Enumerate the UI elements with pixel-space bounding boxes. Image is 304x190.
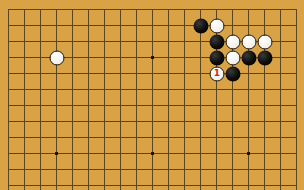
intersection-L18[interactable] bbox=[161, 18, 177, 34]
intersection-T10[interactable] bbox=[289, 146, 304, 162]
intersection-M16[interactable] bbox=[177, 50, 193, 66]
grid-line-v bbox=[24, 66, 25, 82]
intersection-T12[interactable] bbox=[289, 114, 304, 130]
intersection-R17[interactable] bbox=[257, 34, 273, 50]
intersection-S16[interactable] bbox=[273, 50, 289, 66]
intersection-M9[interactable] bbox=[177, 162, 193, 178]
intersection-O14[interactable] bbox=[209, 82, 225, 98]
intersection-L17[interactable] bbox=[161, 34, 177, 50]
intersection-D15[interactable] bbox=[49, 66, 65, 82]
grid-line-v bbox=[184, 98, 185, 114]
intersection-P14[interactable] bbox=[225, 82, 241, 98]
intersection-H19[interactable] bbox=[113, 2, 129, 18]
intersection-A16[interactable] bbox=[1, 50, 17, 66]
intersection-J13[interactable] bbox=[129, 98, 145, 114]
intersection-D18[interactable] bbox=[49, 18, 65, 34]
intersection-J15[interactable] bbox=[129, 66, 145, 82]
grid-line-v bbox=[184, 50, 185, 66]
intersection-J12[interactable] bbox=[129, 114, 145, 130]
grid-line-h bbox=[97, 73, 113, 74]
intersection-K14[interactable] bbox=[145, 82, 161, 98]
intersection-K13[interactable] bbox=[145, 98, 161, 114]
intersection-N18[interactable] bbox=[193, 18, 209, 34]
intersection-M8[interactable] bbox=[177, 178, 193, 190]
intersection-P17[interactable] bbox=[225, 34, 241, 50]
grid-line-h bbox=[209, 137, 225, 138]
intersection-Q17[interactable] bbox=[241, 34, 257, 50]
intersection-Q19[interactable] bbox=[241, 2, 257, 18]
intersection-Q10[interactable] bbox=[241, 146, 257, 162]
intersection-F19[interactable] bbox=[81, 2, 97, 18]
intersection-H12[interactable] bbox=[113, 114, 129, 130]
intersection-E14[interactable] bbox=[65, 82, 81, 98]
intersection-A8[interactable] bbox=[1, 178, 17, 190]
grid-line-v bbox=[168, 98, 169, 114]
grid-line-v bbox=[56, 82, 57, 98]
intersection-G8[interactable] bbox=[97, 178, 113, 190]
intersection-O10[interactable] bbox=[209, 146, 225, 162]
intersection-E8[interactable] bbox=[65, 178, 81, 190]
intersection-H17[interactable] bbox=[113, 34, 129, 50]
intersection-S13[interactable] bbox=[273, 98, 289, 114]
intersection-F13[interactable] bbox=[81, 98, 97, 114]
intersection-L9[interactable] bbox=[161, 162, 177, 178]
intersection-J18[interactable] bbox=[129, 18, 145, 34]
intersection-S8[interactable] bbox=[273, 178, 289, 190]
intersection-B8[interactable] bbox=[17, 178, 33, 190]
intersection-P18[interactable] bbox=[225, 18, 241, 34]
star-point bbox=[247, 152, 250, 155]
intersection-R13[interactable] bbox=[257, 98, 273, 114]
intersection-C18[interactable] bbox=[33, 18, 49, 34]
intersection-O8[interactable] bbox=[209, 178, 225, 190]
intersection-N13[interactable] bbox=[193, 98, 209, 114]
intersection-O9[interactable] bbox=[209, 162, 225, 178]
intersection-E16[interactable] bbox=[65, 50, 81, 66]
intersection-G10[interactable] bbox=[97, 146, 113, 162]
intersection-D12[interactable] bbox=[49, 114, 65, 130]
grid-line-v bbox=[280, 162, 281, 178]
intersection-M18[interactable] bbox=[177, 18, 193, 34]
grid-line-v bbox=[200, 162, 201, 178]
intersection-P9[interactable] bbox=[225, 162, 241, 178]
intersection-F16[interactable] bbox=[81, 50, 97, 66]
grid-line-v bbox=[120, 114, 121, 130]
intersection-N19[interactable] bbox=[193, 2, 209, 18]
intersection-D17[interactable] bbox=[49, 34, 65, 50]
intersection-H18[interactable] bbox=[113, 18, 129, 34]
intersection-S14[interactable] bbox=[273, 82, 289, 98]
move-number-label: 1 bbox=[214, 69, 220, 78]
intersection-M11[interactable] bbox=[177, 130, 193, 146]
grid-line-v bbox=[120, 98, 121, 114]
grid-line-h bbox=[33, 169, 49, 170]
intersection-G9[interactable] bbox=[97, 162, 113, 178]
intersection-G18[interactable] bbox=[97, 18, 113, 34]
intersection-T17[interactable] bbox=[289, 34, 304, 50]
intersection-K10[interactable] bbox=[145, 146, 161, 162]
intersection-R9[interactable] bbox=[257, 162, 273, 178]
intersection-G12[interactable] bbox=[97, 114, 113, 130]
intersection-P13[interactable] bbox=[225, 98, 241, 114]
grid-line-v bbox=[232, 9, 233, 18]
intersection-A10[interactable] bbox=[1, 146, 17, 162]
intersection-J16[interactable] bbox=[129, 50, 145, 66]
intersection-R14[interactable] bbox=[257, 82, 273, 98]
intersection-J10[interactable] bbox=[129, 146, 145, 162]
intersection-B17[interactable] bbox=[17, 34, 33, 50]
intersection-N11[interactable] bbox=[193, 130, 209, 146]
grid-line-v bbox=[248, 162, 249, 178]
intersection-K18[interactable] bbox=[145, 18, 161, 34]
grid-line-h bbox=[17, 89, 33, 90]
intersection-N12[interactable] bbox=[193, 114, 209, 130]
grid-line-h bbox=[33, 137, 49, 138]
grid-line-h bbox=[145, 137, 161, 138]
intersection-T16[interactable] bbox=[289, 50, 304, 66]
intersection-P16[interactable] bbox=[225, 50, 241, 66]
intersection-G14[interactable] bbox=[97, 82, 113, 98]
grid-line-h bbox=[65, 89, 81, 90]
intersection-E9[interactable] bbox=[65, 162, 81, 178]
intersection-D19[interactable] bbox=[49, 2, 65, 18]
grid-line-v bbox=[104, 162, 105, 178]
intersection-A18[interactable] bbox=[1, 18, 17, 34]
grid-line-v bbox=[152, 66, 153, 82]
intersection-A9[interactable] bbox=[1, 162, 17, 178]
black-stone bbox=[210, 51, 225, 66]
intersection-M13[interactable] bbox=[177, 98, 193, 114]
intersection-B16[interactable] bbox=[17, 50, 33, 66]
intersection-B18[interactable] bbox=[17, 18, 33, 34]
intersection-N10[interactable] bbox=[193, 146, 209, 162]
intersection-N16[interactable] bbox=[193, 50, 209, 66]
intersection-E11[interactable] bbox=[65, 130, 81, 146]
intersection-D14[interactable] bbox=[49, 82, 65, 98]
intersection-Q8[interactable] bbox=[241, 178, 257, 190]
grid-line-v bbox=[136, 146, 137, 162]
grid-line-h bbox=[33, 41, 49, 42]
intersection-B13[interactable] bbox=[17, 98, 33, 114]
intersection-B9[interactable] bbox=[17, 162, 33, 178]
grid-line-h bbox=[97, 57, 113, 58]
intersection-O16[interactable] bbox=[209, 50, 225, 66]
intersection-C16[interactable] bbox=[33, 50, 49, 66]
intersection-P12[interactable] bbox=[225, 114, 241, 130]
intersection-E15[interactable] bbox=[65, 66, 81, 82]
intersection-C13[interactable] bbox=[33, 98, 49, 114]
intersection-K15[interactable] bbox=[145, 66, 161, 82]
grid-line-h bbox=[225, 89, 241, 90]
intersection-N9[interactable] bbox=[193, 162, 209, 178]
intersection-M12[interactable] bbox=[177, 114, 193, 130]
intersection-G15[interactable] bbox=[97, 66, 113, 82]
intersection-N17[interactable] bbox=[193, 34, 209, 50]
intersection-L12[interactable] bbox=[161, 114, 177, 130]
intersection-R12[interactable] bbox=[257, 114, 273, 130]
grid-line-v bbox=[24, 9, 25, 18]
grid-line-v bbox=[40, 66, 41, 82]
intersection-S9[interactable] bbox=[273, 162, 289, 178]
intersection-H10[interactable] bbox=[113, 146, 129, 162]
intersection-O15[interactable]: 1 bbox=[209, 66, 225, 82]
intersection-Q14[interactable] bbox=[241, 82, 257, 98]
intersection-C11[interactable] bbox=[33, 130, 49, 146]
intersection-A17[interactable] bbox=[1, 34, 17, 50]
intersection-T18[interactable] bbox=[289, 18, 304, 34]
intersection-R18[interactable] bbox=[257, 18, 273, 34]
intersection-E12[interactable] bbox=[65, 114, 81, 130]
intersection-E19[interactable] bbox=[65, 2, 81, 18]
intersection-B12[interactable] bbox=[17, 114, 33, 130]
intersection-F18[interactable] bbox=[81, 18, 97, 34]
intersection-C14[interactable] bbox=[33, 82, 49, 98]
grid-line-h bbox=[97, 169, 113, 170]
intersection-C9[interactable] bbox=[33, 162, 49, 178]
intersection-P15[interactable] bbox=[225, 66, 241, 82]
grid-line-h bbox=[8, 153, 17, 154]
intersection-K16[interactable] bbox=[145, 50, 161, 66]
grid-line-h bbox=[33, 57, 49, 58]
grid-line-v bbox=[216, 82, 217, 98]
intersection-K11[interactable] bbox=[145, 130, 161, 146]
intersection-S11[interactable] bbox=[273, 130, 289, 146]
intersection-E17[interactable] bbox=[65, 34, 81, 50]
intersection-D13[interactable] bbox=[49, 98, 65, 114]
grid-line-v bbox=[296, 9, 297, 18]
intersection-H9[interactable] bbox=[113, 162, 129, 178]
intersection-R15[interactable] bbox=[257, 66, 273, 82]
intersection-A11[interactable] bbox=[1, 130, 17, 146]
intersection-D10[interactable] bbox=[49, 146, 65, 162]
intersection-L16[interactable] bbox=[161, 50, 177, 66]
intersection-T19[interactable] bbox=[289, 2, 304, 18]
intersection-T14[interactable] bbox=[289, 82, 304, 98]
grid-line-v bbox=[8, 50, 9, 66]
intersection-T11[interactable] bbox=[289, 130, 304, 146]
intersection-G11[interactable] bbox=[97, 130, 113, 146]
intersection-Q15[interactable] bbox=[241, 66, 257, 82]
grid-line-v bbox=[56, 66, 57, 82]
intersection-D9[interactable] bbox=[49, 162, 65, 178]
intersection-B15[interactable] bbox=[17, 66, 33, 82]
intersection-C17[interactable] bbox=[33, 34, 49, 50]
intersection-M10[interactable] bbox=[177, 146, 193, 162]
intersection-B10[interactable] bbox=[17, 146, 33, 162]
grid-line-v bbox=[296, 130, 297, 146]
intersection-F14[interactable] bbox=[81, 82, 97, 98]
intersection-A19[interactable] bbox=[1, 2, 17, 18]
intersection-J14[interactable] bbox=[129, 82, 145, 98]
intersection-P8[interactable] bbox=[225, 178, 241, 190]
grid-line-v bbox=[136, 98, 137, 114]
intersection-Q11[interactable] bbox=[241, 130, 257, 146]
intersection-K17[interactable] bbox=[145, 34, 161, 50]
intersection-G13[interactable] bbox=[97, 98, 113, 114]
grid-line-v bbox=[120, 18, 121, 34]
intersection-R8[interactable] bbox=[257, 178, 273, 190]
intersection-O17[interactable] bbox=[209, 34, 225, 50]
intersection-C15[interactable] bbox=[33, 66, 49, 82]
intersection-S17[interactable] bbox=[273, 34, 289, 50]
intersection-D11[interactable] bbox=[49, 130, 65, 146]
intersection-C12[interactable] bbox=[33, 114, 49, 130]
intersection-K8[interactable] bbox=[145, 178, 161, 190]
intersection-Q12[interactable] bbox=[241, 114, 257, 130]
intersection-S12[interactable] bbox=[273, 114, 289, 130]
intersection-C10[interactable] bbox=[33, 146, 49, 162]
grid-line-v bbox=[40, 130, 41, 146]
intersection-O13[interactable] bbox=[209, 98, 225, 114]
grid-line-v bbox=[296, 82, 297, 98]
intersection-N8[interactable] bbox=[193, 178, 209, 190]
intersection-L13[interactable] bbox=[161, 98, 177, 114]
grid-line-h bbox=[81, 121, 97, 122]
grid-line-h bbox=[241, 89, 257, 90]
intersection-Q16[interactable] bbox=[241, 50, 257, 66]
grid-line-v bbox=[40, 50, 41, 66]
intersection-C19[interactable] bbox=[33, 2, 49, 18]
intersection-G19[interactable] bbox=[97, 2, 113, 18]
intersection-O12[interactable] bbox=[209, 114, 225, 130]
intersection-T13[interactable] bbox=[289, 98, 304, 114]
black-stone bbox=[226, 67, 241, 82]
intersection-H14[interactable] bbox=[113, 82, 129, 98]
intersection-P10[interactable] bbox=[225, 146, 241, 162]
grid-line-h bbox=[81, 105, 97, 106]
grid-line-v bbox=[136, 162, 137, 178]
intersection-M19[interactable] bbox=[177, 2, 193, 18]
grid-line-v bbox=[104, 130, 105, 146]
intersection-T15[interactable] bbox=[289, 66, 304, 82]
grid-line-v bbox=[24, 178, 25, 190]
intersection-H15[interactable] bbox=[113, 66, 129, 82]
grid-line-v bbox=[8, 98, 9, 114]
intersection-A12[interactable] bbox=[1, 114, 17, 130]
intersection-A14[interactable] bbox=[1, 82, 17, 98]
intersection-J9[interactable] bbox=[129, 162, 145, 178]
intersection-S10[interactable] bbox=[273, 146, 289, 162]
intersection-H16[interactable] bbox=[113, 50, 129, 66]
intersection-T8[interactable] bbox=[289, 178, 304, 190]
grid-line-h bbox=[257, 153, 273, 154]
intersection-N14[interactable] bbox=[193, 82, 209, 98]
intersection-J17[interactable] bbox=[129, 34, 145, 50]
grid-line-v bbox=[216, 9, 217, 18]
intersection-D16[interactable] bbox=[49, 50, 65, 66]
grid-line-v bbox=[264, 18, 265, 34]
grid-line-v bbox=[152, 178, 153, 190]
intersection-A15[interactable] bbox=[1, 66, 17, 82]
intersection-L19[interactable] bbox=[161, 2, 177, 18]
intersection-Q9[interactable] bbox=[241, 162, 257, 178]
intersection-B11[interactable] bbox=[17, 130, 33, 146]
intersection-F12[interactable] bbox=[81, 114, 97, 130]
intersection-E13[interactable] bbox=[65, 98, 81, 114]
grid-line-v bbox=[152, 18, 153, 34]
intersection-M15[interactable] bbox=[177, 66, 193, 82]
intersection-L15[interactable] bbox=[161, 66, 177, 82]
intersection-K19[interactable] bbox=[145, 2, 161, 18]
intersection-L14[interactable] bbox=[161, 82, 177, 98]
intersection-P19[interactable] bbox=[225, 2, 241, 18]
grid-line-h bbox=[97, 121, 113, 122]
intersection-J11[interactable] bbox=[129, 130, 145, 146]
go-board: 1 bbox=[1, 2, 304, 190]
intersection-S19[interactable] bbox=[273, 2, 289, 18]
grid-line-v bbox=[56, 98, 57, 114]
grid-line-v bbox=[248, 82, 249, 98]
intersection-G17[interactable] bbox=[97, 34, 113, 50]
intersection-H11[interactable] bbox=[113, 130, 129, 146]
intersection-E10[interactable] bbox=[65, 146, 81, 162]
intersection-T9[interactable] bbox=[289, 162, 304, 178]
intersection-R16[interactable] bbox=[257, 50, 273, 66]
intersection-K12[interactable] bbox=[145, 114, 161, 130]
intersection-F10[interactable] bbox=[81, 146, 97, 162]
intersection-O18[interactable] bbox=[209, 18, 225, 34]
grid-line-v bbox=[72, 98, 73, 114]
intersection-Q18[interactable] bbox=[241, 18, 257, 34]
intersection-F15[interactable] bbox=[81, 66, 97, 82]
intersection-S15[interactable] bbox=[273, 66, 289, 82]
intersection-H13[interactable] bbox=[113, 98, 129, 114]
intersection-C8[interactable] bbox=[33, 178, 49, 190]
grid-line-v bbox=[136, 18, 137, 34]
grid-line-h bbox=[161, 57, 177, 58]
intersection-F17[interactable] bbox=[81, 34, 97, 50]
intersection-F8[interactable] bbox=[81, 178, 97, 190]
grid-line-h bbox=[65, 73, 81, 74]
intersection-J19[interactable] bbox=[129, 2, 145, 18]
intersection-E18[interactable] bbox=[65, 18, 81, 34]
grid-line-v bbox=[104, 114, 105, 130]
grid-line-h bbox=[65, 137, 81, 138]
grid-line-h bbox=[17, 73, 33, 74]
intersection-F11[interactable] bbox=[81, 130, 97, 146]
intersection-K9[interactable] bbox=[145, 162, 161, 178]
intersection-D8[interactable] bbox=[49, 178, 65, 190]
grid-line-v bbox=[136, 50, 137, 66]
intersection-R11[interactable] bbox=[257, 130, 273, 146]
intersection-B19[interactable] bbox=[17, 2, 33, 18]
intersection-N15[interactable] bbox=[193, 66, 209, 82]
grid-line-h bbox=[161, 41, 177, 42]
intersection-L10[interactable] bbox=[161, 146, 177, 162]
intersection-P11[interactable] bbox=[225, 130, 241, 146]
intersection-R10[interactable] bbox=[257, 146, 273, 162]
grid-line-h bbox=[65, 153, 81, 154]
grid-line-h bbox=[17, 25, 33, 26]
grid-line-h bbox=[113, 73, 129, 74]
intersection-L11[interactable] bbox=[161, 130, 177, 146]
intersection-L8[interactable] bbox=[161, 178, 177, 190]
intersection-R19[interactable] bbox=[257, 2, 273, 18]
intersection-Q13[interactable] bbox=[241, 98, 257, 114]
intersection-S18[interactable] bbox=[273, 18, 289, 34]
intersection-M14[interactable] bbox=[177, 82, 193, 98]
intersection-J8[interactable] bbox=[129, 178, 145, 190]
grid-line-h bbox=[225, 121, 241, 122]
intersection-O11[interactable] bbox=[209, 130, 225, 146]
intersection-F9[interactable] bbox=[81, 162, 97, 178]
intersection-H8[interactable] bbox=[113, 178, 129, 190]
intersection-B14[interactable] bbox=[17, 82, 33, 98]
intersection-A13[interactable] bbox=[1, 98, 17, 114]
intersection-G16[interactable] bbox=[97, 50, 113, 66]
intersection-O19[interactable] bbox=[209, 2, 225, 18]
intersection-M17[interactable] bbox=[177, 34, 193, 50]
